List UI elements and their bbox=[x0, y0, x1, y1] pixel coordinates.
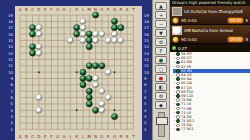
coord-letter-top: J bbox=[69, 7, 71, 12]
white-stone bbox=[36, 50, 42, 56]
coord-number-right: 4 bbox=[144, 108, 147, 113]
green-stone bbox=[99, 63, 105, 69]
coord-letter-bottom: O bbox=[100, 134, 103, 139]
green-stone bbox=[80, 69, 86, 75]
coord-number-left: 9 bbox=[11, 76, 14, 81]
coord-number-right: 15 bbox=[144, 38, 149, 43]
scroll-up-button[interactable]: ▲ bbox=[155, 2, 167, 10]
coord-letter-top: A bbox=[19, 7, 22, 12]
player-name[interactable]: LG XuYuCai from ZhongyiGoE bbox=[184, 9, 243, 14]
white-stone bbox=[80, 18, 86, 24]
coord-letter-bottom: G bbox=[56, 134, 59, 139]
white-stone-icon bbox=[176, 65, 180, 69]
star-point bbox=[38, 71, 40, 73]
white-stone-icon bbox=[176, 57, 180, 61]
record-button[interactable]: ● bbox=[155, 74, 167, 82]
white-stone bbox=[67, 37, 73, 43]
black-stone-icon bbox=[176, 61, 180, 65]
white-stone-icon bbox=[176, 107, 180, 111]
player-cards: LG XuYuCai from ZhongyiGoE9D 0:0025:005O… bbox=[170, 6, 250, 44]
white-stone-icon bbox=[176, 98, 180, 102]
coord-number-right: 12 bbox=[144, 57, 149, 62]
coord-number-left: 12 bbox=[8, 57, 13, 62]
white-stone bbox=[80, 37, 86, 43]
zoom-in-button[interactable]: + bbox=[155, 11, 167, 19]
player-rank-time: 9D 0:00 bbox=[181, 18, 227, 23]
coord-letter-bottom: A bbox=[19, 134, 22, 139]
coord-letter-top: N bbox=[94, 7, 97, 12]
coord-letter-top: O bbox=[100, 7, 103, 12]
coord-number-right: 3 bbox=[144, 114, 147, 119]
info-panel: Group's high powered friendly watch LG X… bbox=[170, 0, 250, 140]
coord-number-left: 19 bbox=[8, 13, 13, 18]
coord-number-right: 13 bbox=[144, 51, 149, 56]
white-stone-button[interactable]: ○ bbox=[155, 65, 167, 73]
coord-letter-top: T bbox=[131, 7, 135, 12]
green-stone bbox=[111, 25, 117, 31]
player-avatar bbox=[172, 26, 182, 35]
coord-number-left: 11 bbox=[8, 63, 13, 68]
green-stone bbox=[118, 25, 124, 31]
white-stone bbox=[80, 31, 86, 37]
green-stone bbox=[86, 88, 92, 94]
coord-number-left: 2 bbox=[11, 120, 14, 125]
black-stone-icon bbox=[176, 103, 180, 107]
coord-number-right: 2 bbox=[144, 120, 147, 125]
go-board[interactable]: AABBCCDDEEFFGGHHJJKKLLMMNNOOPPQQRRSSTT19… bbox=[0, 0, 152, 140]
rank-medal-icon bbox=[172, 36, 179, 43]
coord-number-left: 6 bbox=[11, 95, 14, 100]
capture-button[interactable]: ◧ bbox=[155, 83, 167, 91]
white-stone bbox=[93, 82, 99, 88]
green-stone bbox=[80, 82, 86, 88]
tree-connector: ─ bbox=[173, 127, 175, 131]
status-icon bbox=[172, 46, 176, 50]
byoyomi-count: 5 bbox=[245, 18, 248, 23]
tools-button[interactable]: ⚙ bbox=[155, 92, 167, 100]
coord-number-right: 11 bbox=[144, 63, 149, 68]
white-stone-icon bbox=[176, 90, 180, 94]
green-stone bbox=[86, 94, 92, 100]
white-stone-icon bbox=[176, 124, 180, 128]
move-row[interactable]: ─77 N11 bbox=[173, 127, 250, 131]
coord-letter-top: Q bbox=[113, 7, 116, 12]
white-stone bbox=[105, 94, 111, 100]
zoom-out-button[interactable]: − bbox=[155, 20, 167, 28]
coord-number-right: 18 bbox=[144, 19, 149, 24]
coord-letter-bottom: T bbox=[131, 134, 135, 139]
green-stone bbox=[93, 63, 99, 69]
settings-button[interactable]: ⚙ bbox=[155, 38, 167, 46]
player-avatar bbox=[172, 7, 182, 16]
move-text: 77 N11 bbox=[181, 127, 194, 131]
rank-medal-icon bbox=[172, 17, 179, 24]
app-window: AABBCCDDEEFFGGHHJJKKLLMMNNOOPPQQRRSSTT19… bbox=[0, 0, 250, 140]
coord-number-right: 9 bbox=[144, 76, 147, 81]
coord-number-left: 14 bbox=[8, 44, 13, 49]
white-stone bbox=[111, 31, 117, 37]
coord-number-left: 18 bbox=[8, 19, 13, 24]
coord-number-left: 17 bbox=[8, 25, 13, 30]
star-point bbox=[114, 71, 116, 73]
white-stone bbox=[36, 94, 42, 100]
coord-number-left: 4 bbox=[11, 108, 14, 113]
coord-letter-bottom: N bbox=[94, 134, 97, 139]
coord-number-left: 1 bbox=[11, 127, 14, 132]
white-stone bbox=[99, 101, 105, 107]
green-stone bbox=[29, 25, 35, 31]
player-clock: 25:00 bbox=[227, 17, 245, 24]
coord-letter-top: H bbox=[63, 7, 66, 12]
coord-letter-top: M bbox=[88, 7, 92, 12]
green-stone bbox=[29, 31, 35, 37]
white-stone bbox=[105, 69, 111, 75]
coord-letter-bottom: B bbox=[25, 134, 28, 139]
white-stone bbox=[99, 31, 105, 37]
player-card-black: LG XuYuCai from ZhongyiGoE9D 0:0025:005 bbox=[170, 6, 250, 25]
green-stone bbox=[86, 63, 92, 69]
green-stone bbox=[74, 25, 80, 31]
black-stone-icon bbox=[176, 77, 180, 81]
green-stone bbox=[29, 50, 35, 56]
green-stone bbox=[111, 114, 117, 120]
white-stone bbox=[99, 107, 105, 113]
black-stone-button[interactable]: ● bbox=[155, 56, 167, 64]
green-stone bbox=[29, 44, 35, 50]
slider-handle[interactable] bbox=[156, 117, 168, 125]
coord-number-right: 8 bbox=[144, 82, 147, 87]
coord-letter-bottom: D bbox=[37, 134, 40, 139]
white-stone bbox=[36, 31, 42, 37]
white-stone-icon bbox=[176, 115, 180, 119]
white-stone bbox=[118, 37, 124, 43]
coord-letter-bottom: Q bbox=[113, 134, 116, 139]
green-stone bbox=[86, 44, 92, 50]
black-stone-icon bbox=[176, 69, 180, 73]
white-stone bbox=[36, 44, 42, 50]
go-board-svg[interactable]: AABBCCDDEEFFGGHHJJKKLLMMNNOOPPQQRRSSTT19… bbox=[0, 0, 152, 140]
board-zoom-slider[interactable] bbox=[158, 112, 165, 137]
white-stone bbox=[93, 37, 99, 43]
white-stone bbox=[99, 88, 105, 94]
coord-number-right: 6 bbox=[144, 95, 147, 100]
coord-letter-bottom: C bbox=[31, 134, 34, 139]
coord-number-left: 7 bbox=[11, 89, 14, 94]
coord-number-left: 5 bbox=[11, 101, 14, 106]
coord-number-right: 7 bbox=[144, 89, 147, 94]
star-point bbox=[114, 109, 116, 111]
white-stone bbox=[36, 107, 42, 113]
green-stone bbox=[86, 37, 92, 43]
byoyomi-count: 5 bbox=[245, 37, 248, 42]
white-stone bbox=[111, 37, 117, 43]
coord-letter-top: C bbox=[31, 7, 34, 12]
player-clock: 25:00 bbox=[227, 36, 245, 43]
green-stone bbox=[86, 75, 92, 81]
coord-letter-top: B bbox=[25, 7, 28, 12]
black-stone-icon bbox=[176, 119, 180, 123]
coord-letter-bottom: R bbox=[119, 134, 122, 139]
green-stone bbox=[86, 101, 92, 107]
coord-number-left: 10 bbox=[8, 70, 13, 75]
green-stone bbox=[74, 31, 80, 37]
star-point bbox=[76, 71, 78, 73]
green-stone bbox=[86, 31, 92, 37]
coord-letter-bottom: K bbox=[75, 134, 78, 139]
coord-number-left: 16 bbox=[8, 32, 13, 37]
white-stone bbox=[105, 37, 111, 43]
coord-number-right: 14 bbox=[144, 44, 149, 49]
coord-number-right: 10 bbox=[144, 70, 149, 75]
coord-letter-bottom: H bbox=[63, 134, 66, 139]
black-stone-icon bbox=[176, 86, 180, 90]
coord-number-left: 15 bbox=[8, 38, 13, 43]
side-toolbar: ▲+−▼⚙F●○●◧⚙◆ bbox=[152, 0, 170, 140]
coord-number-left: 13 bbox=[8, 51, 13, 56]
coord-letter-top: G bbox=[56, 7, 59, 12]
coords-button[interactable]: F bbox=[155, 47, 167, 55]
move-list[interactable]: ─59 M7─60 O7─61 M6─62 P6─63 M5─64 O5─65 … bbox=[170, 52, 250, 140]
green-stone bbox=[111, 18, 117, 24]
coord-number-right: 17 bbox=[144, 25, 149, 30]
coord-letter-top: R bbox=[119, 7, 122, 12]
coord-letter-top: D bbox=[37, 7, 40, 12]
coord-letter-top: K bbox=[75, 7, 78, 12]
black-stone-icon bbox=[176, 94, 180, 98]
green-stone bbox=[93, 107, 99, 113]
green-stone bbox=[80, 75, 86, 81]
white-stone bbox=[93, 31, 99, 37]
coord-number-left: 3 bbox=[11, 114, 14, 119]
coord-number-right: 1 bbox=[144, 127, 147, 132]
star-point bbox=[76, 109, 78, 111]
black-stone-icon bbox=[176, 52, 180, 56]
mark-button[interactable]: ◆ bbox=[155, 101, 167, 109]
white-stone bbox=[93, 75, 99, 81]
white-stone-icon bbox=[176, 82, 180, 86]
player-rank-time: 9D 0:00 bbox=[181, 37, 227, 42]
status-text: 0:27 bbox=[178, 46, 187, 51]
coord-letter-bottom: M bbox=[88, 134, 92, 139]
scroll-down-button[interactable]: ▼ bbox=[155, 29, 167, 37]
player-name[interactable]: OM NaXuCo from School bbox=[184, 28, 233, 33]
green-stone bbox=[93, 12, 99, 18]
coord-number-right: 19 bbox=[144, 13, 149, 18]
black-stone-icon bbox=[176, 128, 180, 132]
white-stone bbox=[80, 25, 86, 31]
coord-number-right: 16 bbox=[144, 32, 149, 37]
player-card-white: OM NaXuCo from School9D 0:0025:005 bbox=[170, 25, 250, 44]
white-stone-icon bbox=[176, 73, 180, 77]
coord-letter-bottom: J bbox=[69, 134, 71, 139]
coord-number-right: 5 bbox=[144, 101, 147, 106]
white-stone bbox=[36, 25, 42, 31]
coord-number-left: 8 bbox=[11, 82, 14, 87]
